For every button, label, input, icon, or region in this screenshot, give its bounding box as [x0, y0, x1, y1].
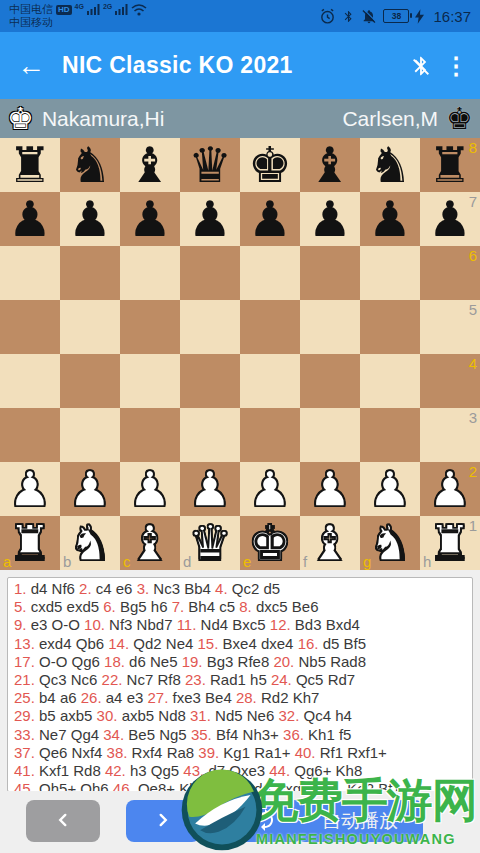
square-h4[interactable]: 4 [420, 354, 480, 408]
rank-label-6: 6 [469, 248, 477, 263]
black-player: Carlsen,M ♚ [342, 104, 473, 134]
move[interactable]: Bxc5 [232, 616, 265, 633]
file-label-a: a [3, 554, 11, 569]
white-bishop: ♝ [128, 516, 172, 570]
move[interactable]: Bb4 [184, 580, 211, 597]
white-pawn: ♟ [368, 462, 412, 516]
move[interactable]: Nh3+ [243, 726, 279, 743]
square-h6[interactable]: 6 [420, 246, 480, 300]
move[interactable]: Ra8 [167, 744, 195, 761]
move-number: 12. [270, 616, 291, 633]
network-type-2: 2G [103, 0, 112, 13]
move[interactable]: a4 [106, 689, 123, 706]
white-pawn: ♟ [68, 462, 112, 516]
move-line: 13. exd4 Qb6 14. Qd2 Ne4 15. Bxe4 dxe4 1… [14, 635, 466, 653]
black-pawn: ♟ [188, 192, 232, 246]
move-number: 40. [295, 744, 316, 761]
move-number: 26. [81, 689, 102, 706]
white-player-name: Nakamura,Hi [42, 107, 165, 131]
move-line: 33. Ne7 Qg4 34. Be5 Ng5 35. Bf4 Nh3+ 36.… [14, 726, 466, 744]
move[interactable]: Ng5 [159, 726, 187, 743]
move[interactable]: exd5 [67, 598, 100, 615]
move[interactable]: Be4 [205, 689, 232, 706]
move-line: 37. Qe6 Nxf4 38. Rxf4 Ra8 39. Kg1 Ra1+ 4… [14, 744, 466, 762]
move-number: 11. [177, 616, 197, 633]
square-e4[interactable] [240, 354, 300, 408]
white-rook: ♜ [428, 516, 472, 570]
white-player: ♚ Nakamura,Hi [7, 104, 164, 134]
move[interactable]: O-O [39, 653, 67, 670]
square-b7[interactable]: ♟ [60, 192, 120, 246]
watermark-subtitle: MIANFEISHOUYOUWANG [256, 831, 456, 847]
move-number: 22. [102, 671, 123, 688]
square-c8[interactable]: ♝ [120, 138, 180, 192]
file-label-f: f [303, 554, 307, 569]
move-number: 37. [14, 744, 35, 761]
rank-label-5: 5 [469, 302, 477, 317]
move[interactable]: Qg5 [151, 762, 179, 779]
move-number: 10. [84, 616, 105, 633]
move-number: 25. [14, 689, 35, 706]
move[interactable]: Be6 [292, 598, 319, 615]
phone-screen: 中国电信 HD 4G 2G 中国移动 [0, 0, 480, 853]
black-pawn: ♟ [128, 192, 172, 246]
move-number: 20. [273, 653, 294, 670]
black-pawn: ♟ [308, 192, 352, 246]
square-g6[interactable] [360, 246, 420, 300]
move[interactable]: exd4 [39, 635, 72, 652]
move[interactable]: Kg1 [223, 744, 250, 761]
white-pawn: ♟ [248, 462, 292, 516]
white-bishop: ♝ [308, 516, 352, 570]
back-button[interactable]: ← [0, 50, 62, 82]
square-e7[interactable]: ♟ [240, 192, 300, 246]
square-d4[interactable] [180, 354, 240, 408]
move[interactable]: Rf8 [157, 671, 180, 688]
square-h3[interactable]: 3 [420, 408, 480, 462]
square-a2[interactable]: ♟ [0, 462, 60, 516]
file-label-h: h [423, 554, 431, 569]
square-b4[interactable] [60, 354, 120, 408]
white-pawn: ♟ [8, 462, 52, 516]
square-b5[interactable] [60, 300, 120, 354]
move[interactable]: Qd2 [133, 635, 161, 652]
black-player-name: Carlsen,M [342, 107, 438, 131]
move[interactable]: Rad8 [330, 653, 366, 670]
move-line: 9. e3 O-O 10. Nf3 Nbd7 11. Nd4 Bxc5 12. … [14, 616, 466, 634]
black-rook: ♜ [8, 138, 52, 192]
alarm-icon [319, 8, 336, 25]
charging-bolt-icon [415, 9, 424, 24]
move[interactable]: h4 [335, 707, 352, 724]
move-number: 5. [14, 598, 27, 615]
move-number: 28. [236, 689, 257, 706]
square-c6[interactable] [120, 246, 180, 300]
move-number: 34. [103, 726, 124, 743]
square-e3[interactable] [240, 408, 300, 462]
move-number: 7. [172, 598, 185, 615]
square-c5[interactable] [120, 300, 180, 354]
black-knight: ♞ [368, 138, 412, 192]
square-b3[interactable] [60, 408, 120, 462]
move-number: 42. [105, 762, 126, 779]
square-e1[interactable]: ♚e [240, 516, 300, 570]
move[interactable]: Nd4 [201, 616, 229, 633]
square-f4[interactable] [300, 354, 360, 408]
move[interactable]: c5 [219, 598, 235, 615]
status-icons: 38 16:37 [319, 8, 471, 25]
rank-label-7: 7 [469, 194, 477, 209]
square-h7[interactable]: ♟7 [420, 192, 480, 246]
square-d6[interactable] [180, 246, 240, 300]
move[interactable]: Qc2 [232, 580, 260, 597]
rank-label-8: 8 [469, 140, 477, 155]
move-number: 35. [191, 726, 212, 743]
move[interactable]: d5 [263, 580, 280, 597]
previous-move-button[interactable] [26, 800, 100, 842]
square-h2[interactable]: ♟2 [420, 462, 480, 516]
move-number: 32. [278, 707, 299, 724]
chevron-left-icon [52, 809, 74, 834]
move[interactable]: axb5 [122, 707, 155, 724]
move[interactable]: e3 [31, 616, 48, 633]
square-d1[interactable]: ♛d [180, 516, 240, 570]
wifi-icon [131, 4, 147, 16]
square-a5[interactable] [0, 300, 60, 354]
move-number: 13. [14, 635, 35, 652]
move[interactable]: axb5 [60, 707, 93, 724]
white-pawn: ♟ [308, 462, 352, 516]
move-number: 18. [104, 653, 125, 670]
carrier-name-2: 中国移动 [9, 16, 53, 29]
player-bar: ♚ Nakamura,Hi Carlsen,M ♚ [0, 99, 480, 138]
white-queen: ♛ [188, 516, 232, 570]
signal-bars-icon [115, 4, 128, 15]
square-g7[interactable]: ♟ [360, 192, 420, 246]
move-number: 39. [198, 744, 219, 761]
move[interactable]: Rxf4 [132, 744, 163, 761]
move[interactable]: Nc6 [71, 671, 98, 688]
move[interactable]: dxe4 [261, 635, 294, 652]
black-pawn: ♟ [368, 192, 412, 246]
move-number: 19. [182, 653, 203, 670]
move-number: 9. [14, 616, 27, 633]
move-number: 41. [14, 762, 35, 779]
bluetooth-disabled-button[interactable] [398, 54, 444, 78]
square-b2[interactable]: ♟ [60, 462, 120, 516]
move[interactable]: Bg5 [120, 598, 147, 615]
signal-bars-icon [87, 4, 100, 15]
move-line: 17. O-O Qg6 18. d6 Ne5 19. Bg3 Rfe8 20. … [14, 653, 466, 671]
move[interactable]: f5 [339, 726, 352, 743]
square-h1[interactable]: ♜1h [420, 516, 480, 570]
move[interactable]: Rd8 [73, 762, 101, 779]
move[interactable]: Qg4 [71, 726, 99, 743]
square-f3[interactable] [300, 408, 360, 462]
square-g2[interactable]: ♟ [360, 462, 420, 516]
move[interactable]: Rf1 [320, 744, 343, 761]
move[interactable]: Qg6 [72, 653, 100, 670]
battery-percent: 38 [392, 11, 401, 21]
black-pawn: ♟ [248, 192, 292, 246]
move-number: 4. [215, 580, 228, 597]
move[interactable]: Nc7 [127, 671, 154, 688]
move[interactable]: fxe3 [173, 689, 201, 706]
square-a3[interactable] [0, 408, 60, 462]
overflow-menu-button[interactable]: ⋮ [444, 52, 480, 80]
carrier-info: 中国电信 HD 4G 2G 中国移动 [9, 3, 147, 29]
square-h8[interactable]: ♜8 [420, 138, 480, 192]
square-b6[interactable] [60, 246, 120, 300]
move[interactable]: Qc4 [304, 707, 332, 724]
move-list[interactable]: 1. d4 Nf6 2. c4 e6 3. Nc3 Bb4 4. Qc2 d5 … [7, 577, 473, 792]
square-g5[interactable] [360, 300, 420, 354]
watermark-title: 免费手游网 [252, 770, 477, 832]
square-a4[interactable] [0, 354, 60, 408]
white-knight: ♞ [368, 516, 412, 570]
square-e8[interactable]: ♚ [240, 138, 300, 192]
move[interactable]: Nf3 [109, 616, 132, 633]
black-bishop: ♝ [308, 138, 352, 192]
move[interactable]: Rd2 [261, 689, 289, 706]
move[interactable]: Ne7 [39, 726, 67, 743]
move[interactable]: Be5 [128, 726, 155, 743]
move[interactable]: Ne5 [150, 653, 178, 670]
black-rook: ♜ [428, 138, 472, 192]
move[interactable]: Kxf1 [39, 762, 69, 779]
move-number: 15. [198, 635, 219, 652]
rank-label-4: 4 [469, 356, 477, 371]
move-number: 6. [103, 598, 116, 615]
square-f1[interactable]: ♝f [300, 516, 360, 570]
move[interactable]: Bg3 [207, 653, 234, 670]
rank-label-3: 3 [469, 410, 477, 425]
move[interactable]: h3 [130, 762, 147, 779]
move[interactable]: Nbd7 [137, 616, 173, 633]
square-a7[interactable]: ♟ [0, 192, 60, 246]
move[interactable]: Qb6 [76, 635, 104, 652]
page-title: NIC Classic KO 2021 [62, 52, 398, 79]
square-c4[interactable] [120, 354, 180, 408]
move[interactable]: d6 [129, 653, 146, 670]
app-bar: ← NIC Classic KO 2021 ⋮ [0, 32, 480, 99]
network-type-1: 4G [75, 0, 84, 13]
move[interactable]: h5 [250, 671, 267, 688]
clock-time: 16:37 [433, 8, 471, 25]
watermark-logo-icon [180, 768, 264, 853]
move[interactable]: Ne4 [166, 635, 194, 652]
square-f6[interactable] [300, 246, 360, 300]
notifications-off-icon [361, 8, 377, 25]
square-c7[interactable]: ♟ [120, 192, 180, 246]
move[interactable]: Bxe4 [223, 635, 257, 652]
square-f8[interactable]: ♝ [300, 138, 360, 192]
file-label-c: c [123, 554, 131, 569]
square-c1[interactable]: ♝c [120, 516, 180, 570]
move[interactable]: d4 [31, 580, 48, 597]
move[interactable]: e6 [116, 580, 133, 597]
black-pawn: ♟ [428, 192, 472, 246]
square-f7[interactable]: ♟ [300, 192, 360, 246]
move[interactable]: Nxf4 [72, 744, 103, 761]
move[interactable]: d5 [323, 635, 340, 652]
carrier-name-1: 中国电信 [9, 3, 53, 16]
square-a8[interactable]: ♜ [0, 138, 60, 192]
file-label-d: d [183, 554, 191, 569]
square-g8[interactable]: ♞ [360, 138, 420, 192]
move[interactable]: b5 [39, 707, 56, 724]
square-b1[interactable]: ♞b [60, 516, 120, 570]
white-pawn: ♟ [188, 462, 232, 516]
move-number: 38. [107, 744, 128, 761]
move[interactable]: h6 [151, 598, 168, 615]
square-e2[interactable]: ♟ [240, 462, 300, 516]
move[interactable]: Bxd4 [326, 616, 360, 633]
square-d7[interactable]: ♟ [180, 192, 240, 246]
bluetooth-icon [342, 8, 355, 25]
move[interactable]: Ra1+ [254, 744, 290, 761]
square-g3[interactable] [360, 408, 420, 462]
black-queen: ♛ [188, 138, 232, 192]
black-king: ♚ [248, 138, 292, 192]
file-label-e: e [243, 554, 251, 569]
move-number: 30. [97, 707, 118, 724]
square-f2[interactable]: ♟ [300, 462, 360, 516]
move-number: 2. [79, 580, 92, 597]
move-number: 24. [271, 671, 292, 688]
move-line: 5. cxd5 exd5 6. Bg5 h6 7. Bh4 c5 8. dxc5… [14, 598, 466, 616]
chevron-right-icon [152, 809, 174, 834]
move-number: 33. [14, 726, 35, 743]
move[interactable]: Bf5 [344, 635, 367, 652]
square-a6[interactable] [0, 246, 60, 300]
move[interactable]: c4 [96, 580, 112, 597]
square-e5[interactable] [240, 300, 300, 354]
move[interactable]: Bh4 [188, 598, 215, 615]
move-number: 14. [108, 635, 129, 652]
move[interactable]: Rd7 [328, 671, 356, 688]
move[interactable]: dxc5 [256, 598, 288, 615]
move[interactable]: b4 [39, 689, 56, 706]
move[interactable]: Qc5 [296, 671, 324, 688]
chess-board: ♜♞♝♛♚♝♞♜8♟♟♟♟♟♟♟♟76543♟♟♟♟♟♟♟♟2♜a♞b♝c♛d♚… [0, 138, 480, 570]
black-knight: ♞ [68, 138, 112, 192]
black-bishop: ♝ [128, 138, 172, 192]
file-label-b: b [63, 554, 71, 569]
square-c3[interactable] [120, 408, 180, 462]
move[interactable]: Rxf1+ [347, 744, 387, 761]
square-b8[interactable]: ♞ [60, 138, 120, 192]
square-d5[interactable] [180, 300, 240, 354]
move[interactable]: e3 [127, 689, 144, 706]
move[interactable]: Qe6 [39, 744, 67, 761]
move-number: 36. [283, 726, 304, 743]
square-f5[interactable] [300, 300, 360, 354]
black-king-icon: ♚ [446, 104, 473, 134]
white-king-icon: ♚ [7, 104, 34, 134]
move-line: 21. Qc3 Nc6 22. Nc7 Rf8 23. Rad1 h5 24. … [14, 671, 466, 689]
move[interactable]: Nd5 [215, 707, 243, 724]
move-number: 23. [185, 671, 206, 688]
square-g1[interactable]: ♞g [360, 516, 420, 570]
white-king: ♚ [248, 516, 292, 570]
move-number: 16. [298, 635, 319, 652]
white-pawn: ♟ [128, 462, 172, 516]
battery-icon: 38 [383, 9, 409, 23]
move-number: 8. [239, 598, 252, 615]
move[interactable]: O-O [52, 616, 80, 633]
move[interactable]: Rad1 [210, 671, 246, 688]
square-d2[interactable]: ♟ [180, 462, 240, 516]
square-d8[interactable]: ♛ [180, 138, 240, 192]
white-pawn: ♟ [428, 462, 472, 516]
move-number: 27. [148, 689, 169, 706]
white-knight: ♞ [68, 516, 112, 570]
move[interactable]: cxd5 [31, 598, 63, 615]
move[interactable]: Kh7 [293, 689, 320, 706]
move[interactable]: Bd3 [295, 616, 322, 633]
move-number: 17. [14, 653, 35, 670]
move-number: 31. [190, 707, 211, 724]
move[interactable]: Ne6 [247, 707, 275, 724]
move-line: 1. d4 Nf6 2. c4 e6 3. Nc3 Bb4 4. Qc2 d5 [14, 580, 466, 598]
move-line: 29. b5 axb5 30. axb5 Nd8 31. Nd5 Ne6 32.… [14, 707, 466, 725]
move-number: 29. [14, 707, 35, 724]
rank-label-2: 2 [469, 464, 477, 479]
move[interactable]: Qc3 [39, 671, 67, 688]
rank-label-1: 1 [469, 518, 477, 533]
move[interactable]: Nf6 [52, 580, 75, 597]
move-line: 25. b4 a6 26. a4 e3 27. fxe3 Be4 28. Rd2… [14, 689, 466, 707]
status-bar: 中国电信 HD 4G 2G 中国移动 [0, 0, 480, 32]
move-number: 1. [14, 580, 27, 597]
black-pawn: ♟ [68, 192, 112, 246]
move-number: 3. [137, 580, 150, 597]
move[interactable]: Nc3 [153, 580, 180, 597]
file-label-g: g [363, 554, 371, 569]
move-number: 21. [14, 671, 35, 688]
square-e6[interactable] [240, 246, 300, 300]
black-pawn: ♟ [8, 192, 52, 246]
move[interactable]: Bf4 [216, 726, 239, 743]
square-g4[interactable] [360, 354, 420, 408]
move[interactable]: a6 [60, 689, 77, 706]
square-d3[interactable] [180, 408, 240, 462]
move[interactable]: Nd8 [158, 707, 186, 724]
move[interactable]: Nb5 [298, 653, 326, 670]
white-rook: ♜ [8, 516, 52, 570]
hd-badge: HD [56, 5, 72, 15]
square-a1[interactable]: ♜a [0, 516, 60, 570]
square-c2[interactable]: ♟ [120, 462, 180, 516]
move[interactable]: Kh1 [308, 726, 335, 743]
square-h5[interactable]: 5 [420, 300, 480, 354]
move[interactable]: Rfe8 [238, 653, 270, 670]
